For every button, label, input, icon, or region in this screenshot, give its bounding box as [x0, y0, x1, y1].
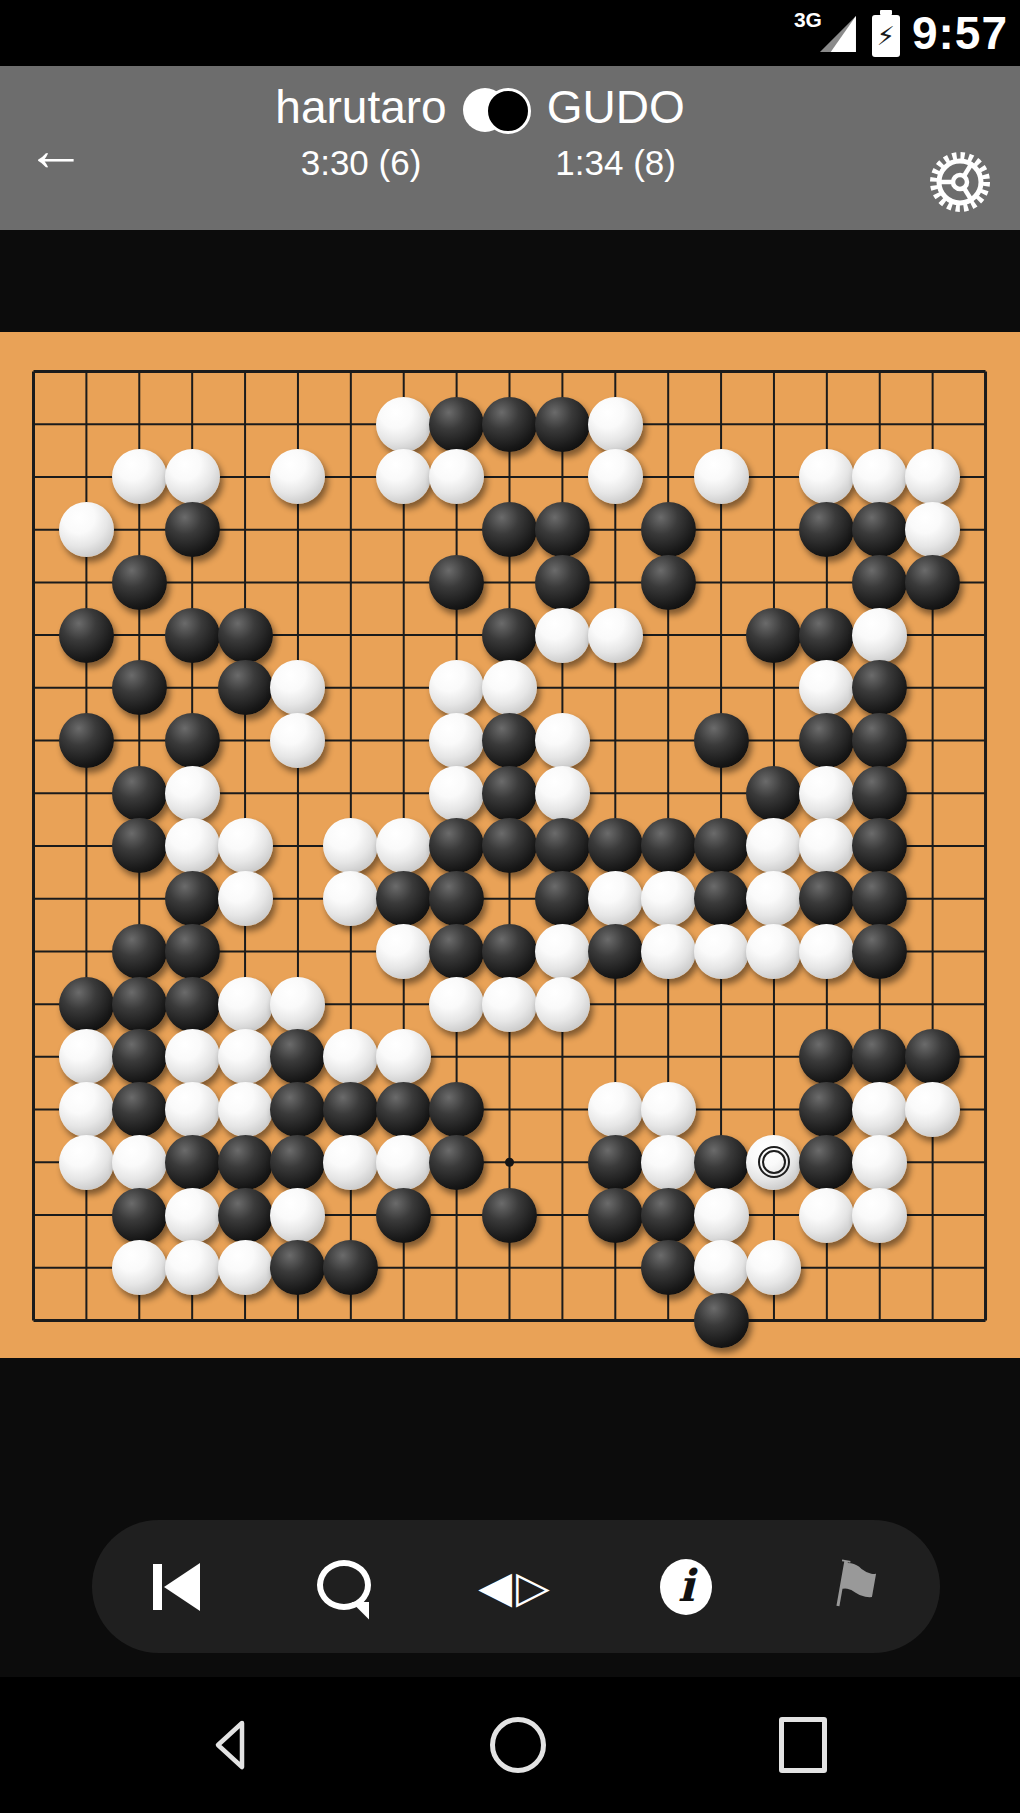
stone-white — [218, 1082, 273, 1137]
stone-black — [429, 924, 484, 979]
stone-white — [376, 397, 431, 452]
info-button[interactable]: i — [638, 1532, 734, 1642]
stone-white — [852, 608, 907, 663]
stone-black — [852, 766, 907, 821]
stone-white — [694, 449, 749, 504]
stone-black — [429, 397, 484, 452]
stone-black — [218, 1135, 273, 1190]
chat-button[interactable] — [298, 1532, 394, 1642]
toolbar: ◀ ▷ i ⚑ — [92, 1520, 940, 1653]
stone-black — [59, 608, 114, 663]
stone-black — [694, 818, 749, 873]
stone-black — [799, 1135, 854, 1190]
stone-black — [482, 608, 537, 663]
stone-black — [376, 1188, 431, 1243]
stone-white — [535, 766, 590, 821]
stone-white — [429, 766, 484, 821]
stone-white — [905, 1082, 960, 1137]
last-move-marker — [758, 1146, 790, 1178]
stone-white — [799, 924, 854, 979]
stone-black — [112, 660, 167, 715]
stone-white — [588, 608, 643, 663]
stone-black — [694, 713, 749, 768]
stone-black — [694, 1135, 749, 1190]
stone-white — [165, 1029, 220, 1084]
stone-black — [59, 713, 114, 768]
stone-black — [746, 766, 801, 821]
stone-black — [165, 977, 220, 1032]
stone-black — [429, 871, 484, 926]
stone-black — [588, 924, 643, 979]
battery-charging-icon: ⚡ — [872, 15, 900, 57]
stone-black — [482, 924, 537, 979]
nav-home-button[interactable] — [458, 1677, 578, 1813]
nav-home-icon — [490, 1717, 546, 1773]
gear-icon — [926, 148, 994, 216]
nav-recents-icon — [779, 1717, 827, 1773]
stone-white — [112, 1240, 167, 1295]
stone-white — [799, 1188, 854, 1243]
go-board[interactable] — [0, 332, 1020, 1358]
stone-black — [218, 660, 273, 715]
stone-black — [852, 555, 907, 610]
stone-black — [112, 1029, 167, 1084]
stone-black — [59, 977, 114, 1032]
stone-black — [482, 397, 537, 452]
stone-white — [376, 1135, 431, 1190]
stone-white — [694, 1240, 749, 1295]
stone-white — [852, 1135, 907, 1190]
stone-white — [218, 1029, 273, 1084]
next-move-icon: ▷ — [516, 1561, 554, 1612]
stone-black — [112, 818, 167, 873]
screen: 3G ⚡ 9:57 ← harutaro 3:30 (6) GUDO — [0, 0, 1020, 1813]
stone-black — [218, 608, 273, 663]
clock-time: 9:57 — [912, 6, 1008, 60]
stone-white — [694, 924, 749, 979]
signal-strength-icon: 3G — [820, 14, 860, 54]
stone-black — [165, 924, 220, 979]
stone-black — [165, 608, 220, 663]
stone-white — [641, 924, 696, 979]
stone-black — [641, 1240, 696, 1295]
stone-black — [641, 555, 696, 610]
stone-black — [482, 1188, 537, 1243]
stone-white — [218, 871, 273, 926]
stone-black — [165, 871, 220, 926]
stone-black — [535, 397, 590, 452]
stone-black — [218, 1188, 273, 1243]
stone-white — [165, 1188, 220, 1243]
stone-white — [165, 766, 220, 821]
status-bar: 3G ⚡ 9:57 — [0, 0, 1020, 66]
status-icons: 3G ⚡ 9:57 — [820, 0, 1008, 66]
stone-black — [165, 1135, 220, 1190]
stone-black — [112, 924, 167, 979]
stone-white — [218, 818, 273, 873]
nav-back-button[interactable] — [171, 1677, 291, 1813]
stone-white — [535, 924, 590, 979]
stone-white — [852, 1188, 907, 1243]
network-type-label: 3G — [794, 8, 822, 32]
stone-white — [852, 1082, 907, 1137]
stone-white — [535, 713, 590, 768]
prev-next-move-button[interactable]: ◀ ▷ — [468, 1532, 564, 1642]
game-title: harutaro 3:30 (6) GUDO 1:34 (8) — [0, 82, 960, 180]
settings-button[interactable] — [922, 144, 998, 220]
player-right-clock: 1:34 (8) — [555, 145, 676, 180]
stone-white — [746, 1135, 801, 1190]
resign-flag-icon: ⚑ — [822, 1550, 890, 1623]
stone-white — [270, 977, 325, 1032]
stone-black — [641, 1188, 696, 1243]
stone-black — [482, 766, 537, 821]
stone-black — [641, 502, 696, 557]
stone-white — [112, 1135, 167, 1190]
stone-black — [482, 713, 537, 768]
stone-black — [535, 502, 590, 557]
stone-white — [59, 502, 114, 557]
stone-black — [588, 1135, 643, 1190]
stone-black — [905, 555, 960, 610]
stone-black — [112, 977, 167, 1032]
stone-black — [799, 608, 854, 663]
stone-black — [694, 871, 749, 926]
stone-white — [588, 1082, 643, 1137]
player-left-name: harutaro — [275, 82, 446, 133]
stone-white — [270, 1188, 325, 1243]
app-bar: ← harutaro 3:30 (6) GUDO 1:34 (8) — [0, 66, 1020, 230]
stone-black — [112, 1188, 167, 1243]
stone-black — [112, 555, 167, 610]
stone-white — [165, 1240, 220, 1295]
stone-white — [323, 1135, 378, 1190]
android-nav-bar — [0, 1677, 1020, 1813]
stone-white — [588, 449, 643, 504]
stone-white — [905, 502, 960, 557]
stone-black — [535, 818, 590, 873]
stone-white — [535, 977, 590, 1032]
stone-white — [218, 977, 273, 1032]
white-black-stones-icon — [463, 86, 531, 134]
stone-black — [852, 713, 907, 768]
charging-bolt-icon: ⚡ — [872, 15, 900, 57]
stone-white — [112, 449, 167, 504]
stone-white — [376, 924, 431, 979]
stone-black — [482, 502, 537, 557]
stone-black — [852, 502, 907, 557]
stone-black — [535, 555, 590, 610]
stone-black — [165, 502, 220, 557]
stone-black — [429, 1082, 484, 1137]
stone-white — [588, 397, 643, 452]
stone-black — [429, 555, 484, 610]
stone-white — [482, 660, 537, 715]
resign-button[interactable]: ⚑ — [808, 1532, 904, 1642]
stone-white — [694, 1188, 749, 1243]
stone-white — [641, 871, 696, 926]
stone-black — [641, 818, 696, 873]
stone-black — [535, 871, 590, 926]
stone-black — [165, 713, 220, 768]
stone-black — [112, 1082, 167, 1137]
stone-white — [429, 713, 484, 768]
stone-white — [429, 977, 484, 1032]
stone-white — [218, 1240, 273, 1295]
player-left: harutaro 3:30 (6) — [275, 82, 446, 180]
stone-white — [59, 1135, 114, 1190]
stone-black — [112, 766, 167, 821]
player-right-name: GUDO — [547, 82, 685, 133]
stone-white — [746, 924, 801, 979]
stone-white — [799, 766, 854, 821]
stone-white — [535, 608, 590, 663]
skip-to-start-button[interactable] — [128, 1532, 224, 1642]
stone-black — [270, 1135, 325, 1190]
player-right: GUDO 1:34 (8) — [547, 82, 685, 180]
stone-black — [746, 608, 801, 663]
stone-white — [59, 1029, 114, 1084]
stone-white — [59, 1082, 114, 1137]
stone-black — [799, 713, 854, 768]
prev-move-icon: ◀ — [478, 1561, 516, 1612]
stone-white — [641, 1082, 696, 1137]
stone-black — [588, 818, 643, 873]
stone-black — [694, 1293, 749, 1348]
stone-white — [641, 1135, 696, 1190]
stone-white — [588, 871, 643, 926]
stone-white — [482, 977, 537, 1032]
stone-white — [165, 449, 220, 504]
skip-to-start-icon — [153, 1563, 200, 1611]
player-left-clock: 3:30 (6) — [301, 145, 422, 180]
nav-back-icon — [208, 1717, 254, 1773]
star-point — [505, 1158, 514, 1167]
stone-black — [852, 924, 907, 979]
stone-black — [588, 1188, 643, 1243]
stone-white — [165, 1082, 220, 1137]
nav-recents-button[interactable] — [743, 1677, 863, 1813]
stone-black — [376, 1082, 431, 1137]
stone-white — [165, 818, 220, 873]
black-stone-icon — [485, 88, 531, 134]
chat-bubble-icon — [317, 1560, 375, 1614]
info-icon: i — [660, 1559, 712, 1615]
stone-black — [429, 1135, 484, 1190]
prev-next-icon: ◀ ▷ — [478, 1561, 554, 1612]
